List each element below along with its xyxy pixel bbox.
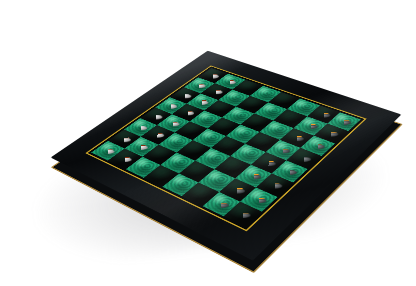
- piece-glyph: ♜: [229, 198, 256, 216]
- piece-glyph: ♟: [113, 144, 137, 160]
- perspective-scene: ♜♞♝♛♚♝♞♜♟♟♟♟♟♟♟♟♟♟♟♟♟♟♟♟♜♞♝♛♚♝♞♜: [0, 0, 416, 286]
- chess-board: ♜♞♝♛♚♝♞♜♟♟♟♟♟♟♟♟♟♟♟♟♟♟♟♟♜♞♝♛♚♝♞♜: [51, 51, 402, 261]
- photo-stage: ♜♞♝♛♚♝♞♜♟♟♟♟♟♟♟♟♟♟♟♟♟♟♟♟♜♞♝♛♚♝♞♜: [0, 0, 416, 286]
